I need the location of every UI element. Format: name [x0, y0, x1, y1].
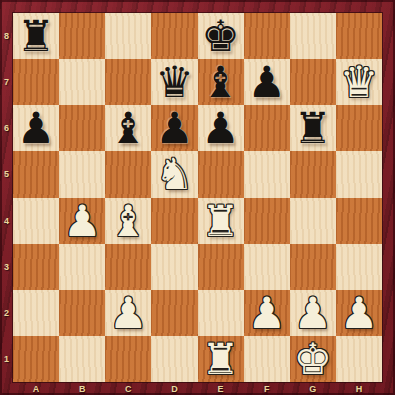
square-a2[interactable]	[13, 290, 59, 336]
square-e1[interactable]: ♜	[198, 336, 244, 382]
square-e5[interactable]	[198, 151, 244, 197]
square-b4[interactable]: ♟	[59, 198, 105, 244]
black-pawn[interactable]: ♟	[155, 105, 194, 151]
square-e4[interactable]: ♜	[198, 198, 244, 244]
square-c1[interactable]	[105, 336, 151, 382]
square-a6[interactable]: ♟	[13, 105, 59, 151]
square-b7[interactable]	[59, 59, 105, 105]
square-b8[interactable]	[59, 13, 105, 59]
square-d6[interactable]: ♟	[151, 105, 197, 151]
square-b6[interactable]	[59, 105, 105, 151]
square-d4[interactable]	[151, 198, 197, 244]
square-c3[interactable]	[105, 244, 151, 290]
black-bishop[interactable]: ♝	[109, 105, 148, 151]
rank-label-8: 8	[0, 13, 13, 59]
file-label-e: E	[198, 382, 244, 395]
square-e7[interactable]: ♝	[198, 59, 244, 105]
square-g6[interactable]: ♜	[290, 105, 336, 151]
square-a4[interactable]	[13, 198, 59, 244]
square-e6[interactable]: ♟	[198, 105, 244, 151]
square-a7[interactable]	[13, 59, 59, 105]
square-h6[interactable]	[336, 105, 382, 151]
square-g8[interactable]	[290, 13, 336, 59]
white-rook[interactable]: ♜	[201, 336, 240, 382]
rank-label-2: 2	[0, 290, 13, 336]
black-rook[interactable]: ♜	[294, 105, 333, 151]
square-b2[interactable]	[59, 290, 105, 336]
black-bishop[interactable]: ♝	[201, 59, 240, 105]
square-g7[interactable]	[290, 59, 336, 105]
square-f5[interactable]	[244, 151, 290, 197]
square-f2[interactable]: ♟	[244, 290, 290, 336]
square-h4[interactable]	[336, 198, 382, 244]
file-label-c: C	[105, 382, 151, 395]
square-d7[interactable]: ♛	[151, 59, 197, 105]
square-e3[interactable]	[198, 244, 244, 290]
square-c7[interactable]	[105, 59, 151, 105]
square-g3[interactable]	[290, 244, 336, 290]
square-f8[interactable]	[244, 13, 290, 59]
square-c2[interactable]: ♟	[105, 290, 151, 336]
square-d8[interactable]	[151, 13, 197, 59]
white-pawn[interactable]: ♟	[63, 198, 102, 244]
white-pawn[interactable]: ♟	[247, 290, 286, 336]
square-c5[interactable]	[105, 151, 151, 197]
rank-label-5: 5	[0, 151, 13, 197]
black-pawn[interactable]: ♟	[201, 105, 240, 151]
file-label-a: A	[13, 382, 59, 395]
square-a1[interactable]	[13, 336, 59, 382]
rank-label-4: 4	[0, 198, 13, 244]
file-label-f: F	[244, 382, 290, 395]
square-h8[interactable]	[336, 13, 382, 59]
rank-label-3: 3	[0, 244, 13, 290]
square-d5[interactable]: ♞	[151, 151, 197, 197]
white-rook[interactable]: ♜	[201, 198, 240, 244]
black-pawn[interactable]: ♟	[247, 59, 286, 105]
square-h1[interactable]	[336, 336, 382, 382]
black-king[interactable]: ♚	[201, 13, 240, 59]
square-e8[interactable]: ♚	[198, 13, 244, 59]
square-g4[interactable]	[290, 198, 336, 244]
file-labels: ABCDEFGH	[13, 382, 382, 395]
rank-label-1: 1	[0, 336, 13, 382]
chessboard-frame: 87654321 ABCDEFGH ♜♚♛♝♟♛♟♝♟♟♜♞♟♝♜♟♟♟♟♜♚	[0, 0, 395, 395]
white-pawn[interactable]: ♟	[294, 290, 333, 336]
white-queen[interactable]: ♛	[340, 59, 379, 105]
square-c4[interactable]: ♝	[105, 198, 151, 244]
black-queen[interactable]: ♛	[155, 59, 194, 105]
square-d2[interactable]	[151, 290, 197, 336]
square-h7[interactable]: ♛	[336, 59, 382, 105]
square-f6[interactable]	[244, 105, 290, 151]
square-f1[interactable]	[244, 336, 290, 382]
black-pawn[interactable]: ♟	[17, 105, 56, 151]
square-h5[interactable]	[336, 151, 382, 197]
file-label-b: B	[59, 382, 105, 395]
square-f3[interactable]	[244, 244, 290, 290]
square-d1[interactable]	[151, 336, 197, 382]
rank-label-6: 6	[0, 105, 13, 151]
square-c8[interactable]	[105, 13, 151, 59]
file-label-h: H	[336, 382, 382, 395]
square-g2[interactable]: ♟	[290, 290, 336, 336]
square-f7[interactable]: ♟	[244, 59, 290, 105]
square-b5[interactable]	[59, 151, 105, 197]
file-label-g: G	[290, 382, 336, 395]
black-rook[interactable]: ♜	[17, 13, 56, 59]
rank-label-7: 7	[0, 59, 13, 105]
square-b3[interactable]	[59, 244, 105, 290]
white-pawn[interactable]: ♟	[109, 290, 148, 336]
white-bishop[interactable]: ♝	[109, 198, 148, 244]
square-f4[interactable]	[244, 198, 290, 244]
square-a3[interactable]	[13, 244, 59, 290]
square-d3[interactable]	[151, 244, 197, 290]
file-label-d: D	[151, 382, 197, 395]
square-g5[interactable]	[290, 151, 336, 197]
square-a8[interactable]: ♜	[13, 13, 59, 59]
square-h3[interactable]	[336, 244, 382, 290]
board: ♜♚♛♝♟♛♟♝♟♟♜♞♟♝♜♟♟♟♟♜♚	[13, 13, 382, 382]
white-king[interactable]: ♚	[294, 336, 333, 382]
square-e2[interactable]	[198, 290, 244, 336]
square-c6[interactable]: ♝	[105, 105, 151, 151]
square-b1[interactable]	[59, 336, 105, 382]
white-knight[interactable]: ♞	[155, 151, 194, 197]
rank-labels: 87654321	[0, 13, 13, 382]
square-g1[interactable]: ♚	[290, 336, 336, 382]
square-a5[interactable]	[13, 151, 59, 197]
square-h2[interactable]: ♟	[336, 290, 382, 336]
white-pawn[interactable]: ♟	[340, 290, 379, 336]
